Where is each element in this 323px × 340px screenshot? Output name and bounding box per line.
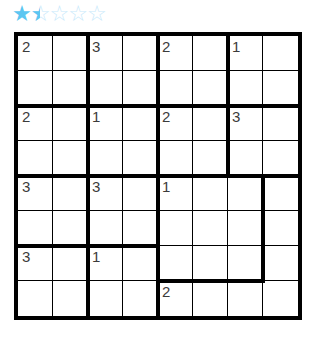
cell-r4c5[interactable] [158,141,193,176]
cell-r4c6[interactable] [193,141,228,176]
cell-r5c5[interactable]: 1 [158,176,193,211]
difficulty-rating: ★☆★☆☆☆ [12,1,106,27]
cell-r2c8[interactable] [263,71,298,106]
difficulty-star-4-empty: ☆ [68,1,87,27]
cell-r2c1[interactable] [18,71,53,106]
cell-r1c6[interactable] [193,36,228,71]
cell-r8c6[interactable] [193,281,228,316]
cell-r4c8[interactable] [263,141,298,176]
cell-r1c1[interactable]: 2 [18,36,53,71]
cell-r8c3[interactable] [88,281,123,316]
cell-r5c6[interactable] [193,176,228,211]
cell-r6c7[interactable] [228,211,263,246]
cell-r6c2[interactable] [53,211,88,246]
cell-r2c4[interactable] [123,71,158,106]
puzzle-board: 23212123331312 [14,32,302,320]
difficulty-star-2-half: ☆★ [31,1,50,27]
cell-r3c3[interactable]: 1 [88,106,123,141]
cell-r4c2[interactable] [53,141,88,176]
cell-r3c1[interactable]: 2 [18,106,53,141]
difficulty-star-1-full: ★ [12,1,31,27]
cell-r2c7[interactable] [228,71,263,106]
cell-r5c1[interactable]: 3 [18,176,53,211]
cell-r8c5[interactable]: 2 [158,281,193,316]
cell-r2c5[interactable] [158,71,193,106]
cell-r2c3[interactable] [88,71,123,106]
cell-r6c4[interactable] [123,211,158,246]
cell-r8c8[interactable] [263,281,298,316]
cell-r6c6[interactable] [193,211,228,246]
cell-r8c1[interactable] [18,281,53,316]
cell-r3c8[interactable] [263,106,298,141]
cell-r7c7[interactable] [228,246,263,281]
cell-r3c5[interactable]: 2 [158,106,193,141]
star-halffill-icon: ★ [31,1,40,27]
cell-r8c7[interactable] [228,281,263,316]
puzzle-grid: 23212123331312 [18,36,298,316]
cell-r3c2[interactable] [53,106,88,141]
cell-r8c4[interactable] [123,281,158,316]
cell-r7c3[interactable]: 1 [88,246,123,281]
difficulty-star-5-empty: ☆ [87,1,106,27]
cell-r3c4[interactable] [123,106,158,141]
cell-r6c5[interactable] [158,211,193,246]
cell-r4c4[interactable] [123,141,158,176]
cell-r7c1[interactable]: 3 [18,246,53,281]
difficulty-star-3-empty: ☆ [49,1,68,27]
cell-r4c3[interactable] [88,141,123,176]
cell-r5c2[interactable] [53,176,88,211]
cell-r6c1[interactable] [18,211,53,246]
cell-r1c3[interactable]: 3 [88,36,123,71]
cell-r7c4[interactable] [123,246,158,281]
cell-r5c8[interactable] [263,176,298,211]
cell-r6c8[interactable] [263,211,298,246]
cell-r1c2[interactable] [53,36,88,71]
cell-r3c6[interactable] [193,106,228,141]
cell-r5c7[interactable] [228,176,263,211]
cell-r6c3[interactable] [88,211,123,246]
cell-r7c8[interactable] [263,246,298,281]
cell-r5c4[interactable] [123,176,158,211]
cell-r1c8[interactable] [263,36,298,71]
cell-r4c1[interactable] [18,141,53,176]
cell-r7c6[interactable] [193,246,228,281]
cell-r1c4[interactable] [123,36,158,71]
cell-r7c2[interactable] [53,246,88,281]
cell-r2c6[interactable] [193,71,228,106]
cell-r3c7[interactable]: 3 [228,106,263,141]
cell-r2c2[interactable] [53,71,88,106]
cell-r4c7[interactable] [228,141,263,176]
cell-r7c5[interactable] [158,246,193,281]
cell-r5c3[interactable]: 3 [88,176,123,211]
cell-r1c7[interactable]: 1 [228,36,263,71]
cell-r8c2[interactable] [53,281,88,316]
cell-r1c5[interactable]: 2 [158,36,193,71]
